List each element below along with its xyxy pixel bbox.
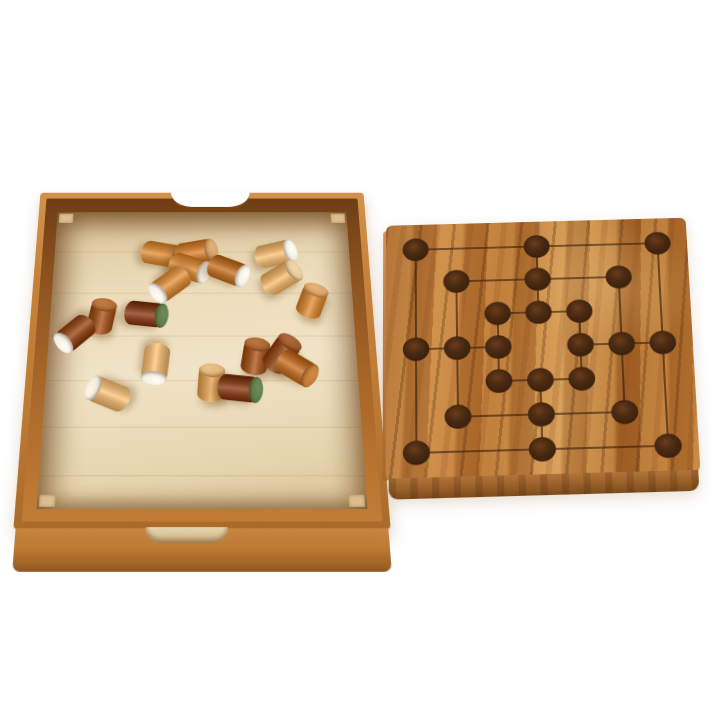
- board-point-d2[interactable]: [528, 402, 555, 426]
- board-point-g7[interactable]: [644, 232, 671, 255]
- board-point-e3[interactable]: [568, 367, 595, 391]
- board-point-f4[interactable]: [608, 332, 635, 356]
- morris-board-body: [386, 218, 702, 504]
- board-point-c5[interactable]: [485, 302, 511, 325]
- board-point-b6[interactable]: [443, 270, 469, 293]
- peg-end-cap: [81, 373, 105, 402]
- board-point-d1[interactable]: [529, 437, 556, 462]
- board-point-a7[interactable]: [403, 238, 429, 261]
- board-point-d6[interactable]: [524, 268, 550, 291]
- peg-end-cap: [90, 296, 118, 313]
- game-peg-4[interactable]: [204, 252, 251, 288]
- board-point-b4[interactable]: [444, 336, 470, 360]
- board-point-e4[interactable]: [567, 333, 594, 357]
- board-point-g4[interactable]: [649, 331, 676, 355]
- game-peg-11[interactable]: [123, 300, 167, 328]
- morris-board: [380, 212, 710, 522]
- peg-end-cap: [281, 257, 306, 283]
- board-point-c4[interactable]: [485, 335, 512, 359]
- game-peg-13[interactable]: [84, 374, 134, 414]
- morris-board-face: [386, 218, 701, 481]
- game-peg-18[interactable]: [216, 373, 261, 403]
- peg-end-cap: [297, 361, 322, 390]
- peg-end-cap: [50, 329, 77, 356]
- piece-tray-body: [10, 193, 394, 573]
- peg-end-cap: [153, 303, 170, 328]
- board-point-f6[interactable]: [605, 265, 632, 288]
- morris-board-svg: [386, 218, 701, 481]
- piece-tray: [26, 174, 382, 574]
- board-point-f2[interactable]: [611, 400, 638, 424]
- board-point-d7[interactable]: [524, 235, 550, 258]
- board-point-g1[interactable]: [654, 433, 682, 458]
- game-peg-8[interactable]: [294, 282, 330, 322]
- peg-end-cap: [248, 376, 264, 403]
- board-point-a4[interactable]: [403, 337, 429, 361]
- board-point-a1[interactable]: [403, 441, 430, 466]
- board-point-e5[interactable]: [566, 300, 593, 323]
- board-point-d5[interactable]: [525, 301, 552, 324]
- peg-layer: [10, 193, 394, 573]
- peg-end-cap: [232, 263, 254, 289]
- game-peg-12[interactable]: [140, 342, 171, 383]
- peg-end-cap: [302, 280, 330, 301]
- peg-end-cap: [140, 370, 168, 386]
- board-point-b2[interactable]: [445, 405, 472, 429]
- board-point-d3[interactable]: [527, 368, 554, 392]
- board-point-c3[interactable]: [486, 369, 513, 393]
